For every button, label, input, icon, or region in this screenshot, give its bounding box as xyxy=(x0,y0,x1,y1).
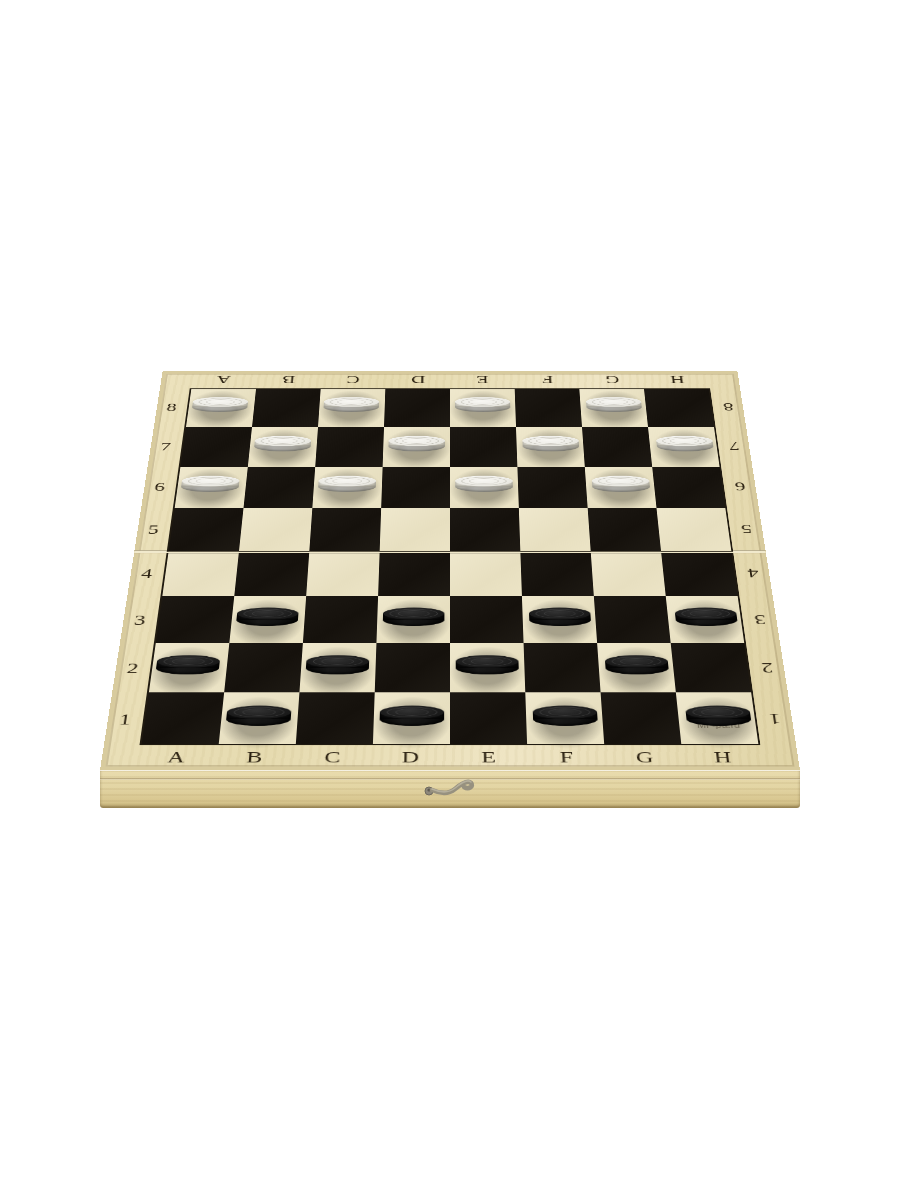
square-e1 xyxy=(450,692,527,744)
square-e3 xyxy=(450,596,524,643)
file-label-top-b: B xyxy=(255,374,320,386)
rank-label-right-5: 5 xyxy=(729,522,763,536)
square-b8 xyxy=(252,389,321,427)
piece-shadow xyxy=(644,426,726,470)
file-label-bottom-g: G xyxy=(606,748,685,766)
file-label-top-g: G xyxy=(579,374,644,386)
piece-shadow xyxy=(672,693,767,750)
square-h4 xyxy=(661,551,738,596)
rank-label-right-6: 6 xyxy=(723,480,756,494)
rank-label-left-4: 4 xyxy=(130,566,165,581)
file-label-bottom-b: B xyxy=(215,748,294,766)
square-d5 xyxy=(380,508,450,551)
board-scene: МГ-ра.ru AABBCCDDEEFFGGHH887766554433221… xyxy=(0,0,900,1200)
piece-shadow xyxy=(211,693,304,750)
square-a4 xyxy=(162,551,239,596)
square-g4 xyxy=(591,551,666,596)
square-g3 xyxy=(594,596,671,643)
square-b4 xyxy=(234,551,309,596)
square-h8 xyxy=(644,389,714,427)
piece-shadow xyxy=(141,643,234,697)
piece-shadow xyxy=(367,693,456,750)
piece-shadow xyxy=(445,466,525,512)
square-b5 xyxy=(239,508,312,551)
piece-shadow xyxy=(517,596,604,648)
file-label-bottom-h: H xyxy=(683,748,763,766)
piece-shadow xyxy=(593,643,684,697)
square-c5 xyxy=(309,508,381,551)
square-c4 xyxy=(306,551,379,596)
square-e7 xyxy=(450,427,517,467)
square-d4 xyxy=(378,551,450,596)
piece-shadow xyxy=(377,426,455,470)
square-b6 xyxy=(244,467,316,508)
piece-shadow xyxy=(222,596,311,648)
square-g1 xyxy=(601,692,682,744)
file-label-top-a: A xyxy=(190,374,256,386)
rank-label-left-7: 7 xyxy=(150,440,183,453)
box-front-face xyxy=(100,770,800,808)
field-fold-line xyxy=(167,551,734,553)
square-a5 xyxy=(169,508,244,551)
square-g5 xyxy=(588,508,661,551)
rank-label-left-1: 1 xyxy=(107,710,145,727)
rank-label-right-8: 8 xyxy=(712,401,744,414)
square-f6 xyxy=(517,467,587,508)
file-label-top-f: F xyxy=(515,374,580,386)
square-e4 xyxy=(450,551,522,596)
square-b2 xyxy=(224,643,303,692)
piece-shadow xyxy=(370,596,455,648)
square-e5 xyxy=(450,508,520,551)
square-h2 xyxy=(671,643,751,692)
piece-shadow xyxy=(241,426,322,470)
square-c1 xyxy=(296,692,375,744)
piece-shadow xyxy=(662,596,752,648)
file-label-top-h: H xyxy=(644,374,710,386)
file-label-bottom-a: A xyxy=(137,748,217,766)
rank-label-left-5: 5 xyxy=(137,522,171,536)
piece-shadow xyxy=(512,426,591,470)
piece-shadow xyxy=(312,388,390,430)
square-d2 xyxy=(375,643,450,692)
square-d8 xyxy=(384,389,450,427)
piece-shadow xyxy=(581,466,664,512)
rank-label-right-2: 2 xyxy=(749,660,786,676)
square-f5 xyxy=(519,508,591,551)
file-label-bottom-c: C xyxy=(294,748,372,766)
square-c7 xyxy=(315,427,384,467)
file-label-bottom-f: F xyxy=(528,748,606,766)
file-label-bottom-e: E xyxy=(450,748,528,766)
file-label-top-c: C xyxy=(320,374,385,386)
piece-shadow xyxy=(445,388,521,430)
square-h6 xyxy=(652,467,725,508)
piece-shadow xyxy=(520,693,611,750)
square-f8 xyxy=(515,389,582,427)
rank-label-left-3: 3 xyxy=(122,612,158,628)
square-g7 xyxy=(582,427,652,467)
square-f4 xyxy=(520,551,593,596)
file-label-top-d: D xyxy=(385,374,450,386)
file-label-bottom-d: D xyxy=(372,748,450,766)
rank-label-right-4: 4 xyxy=(735,566,770,581)
square-f2 xyxy=(524,643,601,692)
piece-shadow xyxy=(293,643,382,697)
square-c3 xyxy=(303,596,378,643)
board-plane: МГ-ра.ru AABBCCDDEEFFGGHH887766554433221… xyxy=(100,371,800,770)
piece-shadow xyxy=(444,643,531,697)
clasp-hook-icon xyxy=(413,774,487,802)
square-d6 xyxy=(381,467,450,508)
piece-shadow xyxy=(306,466,387,512)
file-label-top-e: E xyxy=(450,374,515,386)
piece-shadow xyxy=(167,466,251,512)
piece-shadow xyxy=(179,388,260,430)
piece-shadow xyxy=(575,388,654,430)
square-h5 xyxy=(656,508,731,551)
